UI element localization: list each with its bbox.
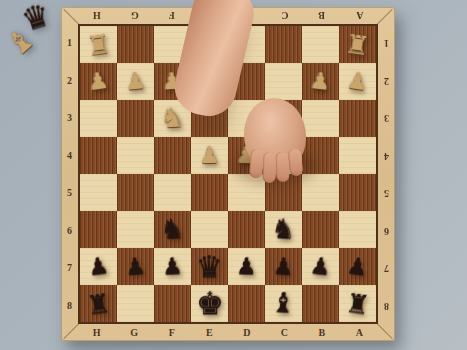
file-label-g: G [116,7,154,24]
square-a3[interactable] [339,100,376,137]
square-a7[interactable]: ♟ [339,248,376,285]
square-d6[interactable] [228,211,265,248]
white-piece-a2[interactable]: ♟ [339,63,376,100]
white-piece-h1[interactable]: ♜ [80,26,117,63]
square-b3[interactable] [302,100,339,137]
piece-glyph: ♟ [87,254,111,280]
square-c2[interactable] [265,63,302,100]
square-f6[interactable]: ♞ [154,211,191,248]
rank-label-5: 5 [61,174,78,212]
white-piece-b2[interactable]: ♟ [302,63,339,100]
black-piece-c7[interactable]: ♟ [265,248,302,285]
black-piece-h8[interactable]: ♜ [80,285,117,322]
piece-glyph: ♟ [346,254,370,280]
square-f8[interactable] [154,285,191,322]
square-h2[interactable]: ♟ [80,63,117,100]
square-h4[interactable] [80,137,117,174]
square-a6[interactable] [339,211,376,248]
square-e7[interactable]: ♛ [191,248,228,285]
square-c8[interactable]: ♝ [265,285,302,322]
photo-scene: ♛ ♝ HGFEDCBA HGFEDCBA 12345678 12345678 … [0,0,467,350]
file-label-b: B [303,324,341,341]
square-b5[interactable] [302,174,339,211]
square-h8[interactable]: ♜ [80,285,117,322]
rank-label-1: 1 [378,24,395,62]
piece-glyph: ♜ [85,30,112,59]
rank-label-4: 4 [61,137,78,175]
piece-glyph: ♟ [87,69,111,95]
black-piece-b7[interactable]: ♟ [302,248,339,285]
file-label-g: G [116,324,154,341]
square-h6[interactable] [80,211,117,248]
black-piece-e8[interactable]: ♚ [191,285,228,322]
piece-glyph: ♟ [124,254,147,279]
file-labels-bottom: HGFEDCBA [78,324,378,341]
white-piece-h2[interactable]: ♟ [80,63,117,100]
file-label-e: E [191,324,229,341]
piece-glyph: ♟ [273,254,295,278]
square-b7[interactable]: ♟ [302,248,339,285]
square-e5[interactable] [191,174,228,211]
square-c7[interactable]: ♟ [265,248,302,285]
rank-labels-left: 12345678 [61,24,78,324]
black-piece-f7[interactable]: ♟ [154,248,191,285]
white-piece-a1[interactable]: ♜ [339,26,376,63]
rank-label-6: 6 [61,212,78,250]
white-piece-g2[interactable]: ♟ [117,63,154,100]
square-b6[interactable] [302,211,339,248]
black-piece-g7[interactable]: ♟ [117,248,154,285]
black-piece-c8[interactable]: ♝ [265,285,302,322]
piece-glyph: ♟ [309,69,332,94]
square-b2[interactable]: ♟ [302,63,339,100]
file-label-f: F [153,7,191,24]
square-g7[interactable]: ♟ [117,248,154,285]
square-h5[interactable] [80,174,117,211]
rank-label-2: 2 [61,62,78,100]
square-c6[interactable]: ♞ [265,211,302,248]
square-h7[interactable]: ♟ [80,248,117,285]
file-label-c: C [266,324,304,341]
piece-glyph: ♞ [160,104,186,132]
square-e4[interactable]: ♟ [191,137,228,174]
file-label-a: A [341,7,379,24]
rank-label-5: 5 [378,174,395,212]
piece-glyph: ♟ [199,144,220,167]
white-piece-e4[interactable]: ♟ [191,137,228,174]
rank-label-7: 7 [61,249,78,287]
finger [262,152,276,183]
square-a2[interactable]: ♟ [339,63,376,100]
square-h3[interactable] [80,100,117,137]
square-f4[interactable] [154,137,191,174]
file-label-c: C [266,7,304,24]
piece-glyph: ♞ [160,215,186,243]
square-f7[interactable]: ♟ [154,248,191,285]
finger [249,149,264,179]
square-g4[interactable] [117,137,154,174]
piece-glyph: ♛ [196,251,223,282]
file-label-d: D [228,324,266,341]
piece-glyph: ♟ [124,69,147,94]
square-g3[interactable] [117,100,154,137]
square-a5[interactable] [339,174,376,211]
black-piece-d7[interactable]: ♟ [228,248,265,285]
square-b1[interactable] [302,26,339,63]
file-label-a: A [341,324,379,341]
black-piece-c6[interactable]: ♞ [265,211,302,248]
piece-glyph: ♞ [271,215,297,243]
file-label-h: H [78,7,116,24]
square-e6[interactable] [191,211,228,248]
piece-glyph: ♜ [344,289,371,318]
square-a4[interactable] [339,137,376,174]
piece-glyph: ♜ [85,289,112,318]
rank-label-6: 6 [378,212,395,250]
piece-glyph: ♟ [162,254,184,278]
square-h1[interactable]: ♜ [80,26,117,63]
square-d8[interactable] [228,285,265,322]
rank-label-1: 1 [61,24,78,62]
square-e8[interactable]: ♚ [191,285,228,322]
piece-glyph: ♟ [236,255,257,278]
square-g2[interactable]: ♟ [117,63,154,100]
square-g8[interactable] [117,285,154,322]
square-g5[interactable] [117,174,154,211]
rank-label-3: 3 [61,99,78,137]
piece-glyph: ♜ [344,30,371,59]
file-label-f: F [153,324,191,341]
rank-label-8: 8 [61,287,78,325]
file-label-h: H [78,324,116,341]
rank-labels-right: 12345678 [378,24,395,324]
square-a8[interactable]: ♜ [339,285,376,322]
rank-label-2: 2 [378,62,395,100]
piece-glyph: ♚ [195,288,223,320]
square-a1[interactable]: ♜ [339,26,376,63]
square-f5[interactable] [154,174,191,211]
square-b8[interactable] [302,285,339,322]
rank-label-8: 8 [378,287,395,325]
file-label-b: B [303,7,341,24]
rank-label-7: 7 [378,249,395,287]
black-piece-a7[interactable]: ♟ [339,248,376,285]
piece-glyph: ♟ [346,69,370,95]
square-g6[interactable] [117,211,154,248]
black-piece-h7[interactable]: ♟ [80,248,117,285]
square-g1[interactable] [117,26,154,63]
rank-label-3: 3 [378,99,395,137]
square-d7[interactable]: ♟ [228,248,265,285]
black-piece-e7[interactable]: ♛ [191,248,228,285]
square-c1[interactable] [265,26,302,63]
piece-glyph: ♝ [271,289,297,317]
finger [288,148,304,176]
black-piece-a8[interactable]: ♜ [339,285,376,322]
rank-label-4: 4 [378,137,395,175]
black-piece-f6[interactable]: ♞ [154,211,191,248]
piece-glyph: ♟ [309,254,332,279]
